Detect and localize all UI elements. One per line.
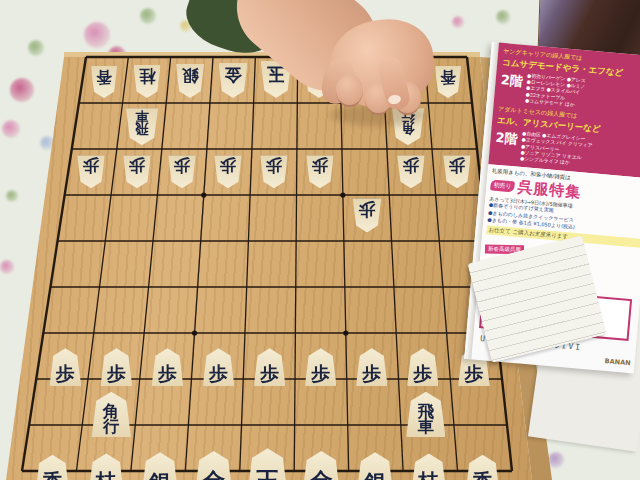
board-cell[interactable]: 飛 車	[400, 379, 452, 425]
board-cell[interactable]	[246, 287, 296, 333]
shogi-piece-銀-sente[interactable]: 銀	[356, 452, 393, 480]
rank-row	[47, 287, 495, 333]
shogi-piece-金-sente[interactable]: 金	[195, 451, 233, 480]
flyer-brand-list-2: ●自由区 ●エムズグレイシー●エヴェックス バイ クリツィア●アリスバーリー●ソ…	[520, 131, 594, 168]
photo-frame: 香桂銀金玉金銀桂香飛 車角 行歩歩歩歩歩歩歩歩歩歩歩歩歩歩歩歩歩歩角 行飛 車香…	[0, 0, 640, 480]
board-cell[interactable]	[196, 287, 246, 333]
shogi-piece-歩-gote[interactable]: 歩	[169, 155, 197, 188]
board-cell[interactable]: 金	[294, 425, 348, 471]
board-cell[interactable]	[61, 195, 108, 241]
board-cell[interactable]	[248, 241, 296, 287]
board-cell[interactable]: 歩	[295, 333, 346, 379]
board-cell[interactable]: 銀	[133, 425, 187, 471]
board-cell[interactable]: 香	[82, 57, 125, 103]
flyer-corner-text: BANAN	[604, 357, 631, 367]
board-cell[interactable]	[390, 195, 437, 241]
shogi-piece-歩-gote[interactable]: 歩	[77, 155, 105, 188]
shogi-piece-桂-sente[interactable]: 桂	[411, 453, 447, 480]
board-cell[interactable]: 香	[26, 425, 80, 471]
board-cell[interactable]	[97, 287, 147, 333]
board-cell[interactable]: 歩	[343, 195, 390, 241]
board-cell[interactable]	[102, 241, 150, 287]
board-cell[interactable]	[296, 287, 346, 333]
board-cell[interactable]	[242, 379, 294, 425]
shogi-piece-歩-gote[interactable]: 歩	[306, 155, 334, 188]
shogi-piece-銀-gote[interactable]: 銀	[176, 64, 204, 98]
board-cell[interactable]: 歩	[40, 333, 91, 379]
board-cell[interactable]	[452, 379, 504, 425]
kimono-badge: 初売り	[490, 179, 515, 192]
board-cell[interactable]	[295, 379, 347, 425]
board-cell[interactable]	[342, 149, 388, 195]
board-cell[interactable]	[208, 103, 252, 149]
board-cell[interactable]: 歩	[346, 333, 397, 379]
shogi-piece-歩-gote[interactable]: 歩	[397, 155, 425, 188]
shogi-piece-歩-gote[interactable]: 歩	[260, 155, 288, 188]
rank-row: 歩歩歩歩歩歩歩歩	[68, 149, 479, 195]
board-cell[interactable]: 歩	[142, 333, 193, 379]
board-cell[interactable]: 王	[241, 425, 295, 471]
flyer-brand-list-1: ●初売りバーゲン ●アレス●ローレンレモン ●ルミノ●エフヨ ●スタイルバイ●2…	[525, 73, 586, 109]
shogi-piece-金-sente[interactable]: 金	[302, 451, 340, 480]
board-cell[interactable]: 香	[456, 425, 510, 471]
board-cell[interactable]	[296, 195, 343, 241]
board-cell[interactable]: 歩	[251, 149, 297, 195]
board-cell[interactable]: 歩	[114, 149, 160, 195]
rank-row: 歩歩歩歩歩歩歩歩歩	[40, 333, 500, 379]
board-cell[interactable]: 桂	[125, 57, 168, 103]
board-cell[interactable]	[33, 379, 85, 425]
shogi-piece-銀-sente[interactable]: 銀	[141, 452, 178, 480]
board-cell[interactable]	[138, 379, 190, 425]
board-cell[interactable]	[54, 241, 102, 287]
knuckle	[336, 74, 363, 107]
board-cell[interactable]: 歩	[160, 149, 206, 195]
board-cell[interactable]	[190, 379, 242, 425]
board-cell[interactable]	[164, 103, 208, 149]
shogi-piece-桂-gote[interactable]: 桂	[133, 65, 160, 98]
board-cell[interactable]	[345, 287, 395, 333]
board-cell[interactable]	[344, 241, 392, 287]
flyer-floor-1: 2階	[499, 71, 524, 104]
shogi-piece-金-gote[interactable]: 金	[218, 63, 247, 98]
board-cell[interactable]	[395, 287, 445, 333]
shogi-piece-飛車-gote[interactable]: 飛 車	[126, 108, 158, 145]
board-cell[interactable]	[347, 379, 399, 425]
board-cell[interactable]	[202, 195, 249, 241]
shogi-piece-香-sente[interactable]: 香	[465, 455, 500, 480]
board-cell[interactable]: 歩	[397, 333, 448, 379]
board-cell[interactable]	[108, 195, 155, 241]
shogi-piece-歩-gote[interactable]: 歩	[353, 198, 382, 232]
board-cell[interactable]	[199, 241, 247, 287]
shogi-piece-香-gote[interactable]: 香	[91, 66, 117, 98]
board-cell[interactable]	[253, 103, 297, 149]
board-cell[interactable]: 歩	[91, 333, 142, 379]
shogi-piece-歩-gote[interactable]: 歩	[123, 155, 151, 188]
rank-row: 香桂銀金王金銀桂香	[26, 425, 510, 471]
board-cell[interactable]: 銀	[168, 57, 211, 103]
rank-row	[54, 241, 490, 287]
board-cell[interactable]: 歩	[68, 149, 114, 195]
board-cell[interactable]: 銀	[348, 425, 402, 471]
board-cell[interactable]: 歩	[205, 149, 251, 195]
board-cell[interactable]	[296, 241, 344, 287]
rank-row: 歩	[61, 195, 484, 241]
board-cell[interactable]	[47, 287, 97, 333]
board-cell[interactable]: 歩	[244, 333, 295, 379]
board-cell[interactable]: 金	[211, 57, 254, 103]
flyer-floor-2: 2階	[494, 129, 519, 162]
board-cell[interactable]: 桂	[402, 425, 456, 471]
board-cell[interactable]	[249, 195, 296, 241]
board-cell[interactable]: 歩	[297, 149, 343, 195]
board-cell[interactable]: 歩	[388, 149, 434, 195]
board-cell[interactable]: 歩	[193, 333, 244, 379]
shogi-piece-歩-gote[interactable]: 歩	[443, 155, 471, 188]
shogi-piece-香-gote[interactable]: 香	[435, 66, 461, 98]
board-cell[interactable]: 角 行	[85, 379, 137, 425]
shogi-piece-歩-gote[interactable]: 歩	[214, 155, 242, 188]
board-cell[interactable]: 金	[187, 425, 241, 471]
rank-row: 角 行飛 車	[33, 379, 505, 425]
board-cell[interactable]	[75, 103, 119, 149]
board-cell[interactable]	[151, 241, 199, 287]
board-cell[interactable]: 飛 車	[120, 103, 164, 149]
board-cell[interactable]	[430, 103, 474, 149]
board-cell[interactable]	[146, 287, 196, 333]
board-cell[interactable]: 歩	[434, 149, 480, 195]
board-cell[interactable]	[155, 195, 202, 241]
shogi-piece-桂-sente[interactable]: 桂	[88, 453, 124, 480]
flyer-fashion-section: ヤングキャリアの婦人服では コムサデモードやラ・エフなど 2階 ●初売りバーゲン…	[488, 43, 640, 179]
board-cell[interactable]: 桂	[79, 425, 133, 471]
board-cell[interactable]	[393, 241, 441, 287]
shogi-piece-香-sente[interactable]: 香	[35, 455, 70, 480]
shogi-piece-王-sente[interactable]: 王	[247, 448, 288, 480]
